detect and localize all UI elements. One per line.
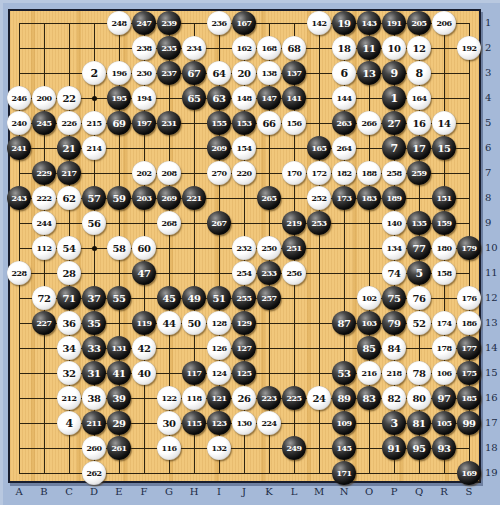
stone: 27 — [382, 111, 406, 135]
column-label: C — [65, 487, 73, 497]
stone: 118 — [182, 386, 206, 410]
stone: 28 — [57, 261, 81, 285]
kifu-screenshot: 2482472392361671421914319120520623823523… — [0, 0, 500, 505]
stone: 172 — [307, 161, 331, 185]
stone: 220 — [232, 161, 256, 185]
stone: 173 — [332, 186, 356, 210]
stone: 68 — [282, 36, 306, 60]
row-label: 13 — [485, 318, 498, 328]
stone: 171 — [332, 461, 356, 485]
stone: 9 — [382, 61, 406, 85]
stone: 212 — [57, 386, 81, 410]
stone: 250 — [257, 236, 281, 260]
stone: 202 — [132, 161, 156, 185]
stone: 52 — [407, 311, 431, 335]
stone: 55 — [107, 286, 131, 310]
stone: 230 — [132, 61, 156, 85]
stone: 174 — [432, 311, 456, 335]
stone: 185 — [457, 386, 481, 410]
stone: 115 — [182, 411, 206, 435]
stone: 145 — [332, 436, 356, 460]
stone: 262 — [82, 461, 106, 485]
stone: 121 — [207, 386, 231, 410]
column-label: E — [115, 487, 122, 497]
stone: 216 — [357, 361, 381, 385]
stone: 268 — [157, 211, 181, 235]
stone: 143 — [357, 11, 381, 35]
column-label: S — [466, 487, 473, 497]
stone: 206 — [432, 11, 456, 35]
column-label: B — [40, 487, 47, 497]
stone: 62 — [57, 186, 81, 210]
stone: 63 — [207, 86, 231, 110]
stone: 75 — [382, 286, 406, 310]
row-label: 19 — [485, 468, 498, 478]
stone: 135 — [407, 211, 431, 235]
stone: 32 — [57, 361, 81, 385]
stone: 69 — [107, 111, 131, 135]
stone: 240 — [7, 111, 31, 135]
stone: 2 — [82, 61, 106, 85]
stone: 270 — [207, 161, 231, 185]
stone: 21 — [57, 136, 81, 160]
stone: 203 — [132, 186, 156, 210]
stone: 195 — [107, 86, 131, 110]
stone: 44 — [157, 311, 181, 335]
stone: 1 — [382, 86, 406, 110]
stone: 239 — [157, 11, 181, 35]
stone: 4 — [57, 411, 81, 435]
stone: 85 — [357, 336, 381, 360]
column-label: M — [314, 487, 324, 497]
stone: 57 — [82, 186, 106, 210]
row-label: 10 — [485, 243, 498, 253]
stone: 119 — [132, 311, 156, 335]
stone: 40 — [132, 361, 156, 385]
stone: 128 — [207, 311, 231, 335]
row-label: 15 — [485, 368, 498, 378]
stone: 263 — [332, 111, 356, 135]
stone: 269 — [157, 186, 181, 210]
stone: 116 — [157, 436, 181, 460]
stone: 154 — [232, 136, 256, 160]
stone: 54 — [57, 236, 81, 260]
stone: 45 — [157, 286, 181, 310]
stone: 105 — [432, 411, 456, 435]
column-label: P — [391, 487, 398, 497]
stone: 200 — [32, 86, 56, 110]
stone: 65 — [182, 86, 206, 110]
row-label: 7 — [485, 168, 491, 178]
stone: 112 — [32, 236, 56, 260]
stone: 244 — [32, 211, 56, 235]
stone: 53 — [332, 361, 356, 385]
stone: 132 — [207, 436, 231, 460]
stone: 50 — [182, 311, 206, 335]
stone: 11 — [357, 36, 381, 60]
stone: 224 — [257, 411, 281, 435]
stone: 144 — [332, 86, 356, 110]
stone: 196 — [107, 61, 131, 85]
stone: 192 — [457, 36, 481, 60]
stone: 170 — [282, 161, 306, 185]
row-label: 17 — [485, 418, 498, 428]
column-label: D — [90, 487, 98, 497]
stone: 41 — [107, 361, 131, 385]
row-label: 5 — [485, 118, 491, 128]
stone: 19 — [332, 11, 356, 35]
stone: 5 — [407, 261, 431, 285]
stone: 24 — [307, 386, 331, 410]
stone: 71 — [57, 286, 81, 310]
stone: 237 — [157, 61, 181, 85]
stone: 29 — [107, 411, 131, 435]
stone: 249 — [282, 436, 306, 460]
stone: 26 — [232, 386, 256, 410]
stone: 80 — [407, 386, 431, 410]
stone: 49 — [182, 286, 206, 310]
stone: 194 — [132, 86, 156, 110]
row-label: 14 — [485, 343, 498, 353]
stone: 106 — [432, 361, 456, 385]
stone: 191 — [382, 11, 406, 35]
stone: 142 — [307, 11, 331, 35]
stone: 67 — [182, 61, 206, 85]
stone: 246 — [7, 86, 31, 110]
stone: 56 — [82, 211, 106, 235]
stone: 155 — [207, 111, 231, 135]
stone: 211 — [82, 411, 106, 435]
stone: 125 — [232, 361, 256, 385]
stone: 253 — [307, 211, 331, 235]
stone: 228 — [7, 261, 31, 285]
stone: 51 — [207, 286, 231, 310]
row-label: 3 — [485, 68, 491, 78]
stone: 217 — [57, 161, 81, 185]
stone: 222 — [32, 186, 56, 210]
stone: 169 — [457, 461, 481, 485]
stone: 258 — [382, 161, 406, 185]
stone: 167 — [232, 11, 256, 35]
stone: 259 — [407, 161, 431, 185]
row-label: 18 — [485, 443, 498, 453]
stone: 264 — [332, 136, 356, 160]
stone: 241 — [7, 136, 31, 160]
column-label: F — [141, 487, 148, 497]
column-label: H — [190, 487, 199, 497]
stone: 182 — [332, 161, 356, 185]
column-label: O — [365, 487, 373, 497]
stone: 233 — [257, 261, 281, 285]
stone: 180 — [432, 236, 456, 260]
stone: 22 — [57, 86, 81, 110]
stone: 78 — [407, 361, 431, 385]
stone: 252 — [307, 186, 331, 210]
stone: 13 — [357, 61, 381, 85]
stone: 127 — [232, 336, 256, 360]
stone: 236 — [207, 11, 231, 35]
stone: 130 — [232, 411, 256, 435]
column-label: A — [15, 487, 22, 497]
stone: 162 — [232, 36, 256, 60]
stone: 179 — [457, 236, 481, 260]
stone: 91 — [382, 436, 406, 460]
stone: 221 — [182, 186, 206, 210]
stone: 175 — [457, 361, 481, 385]
column-label: I — [217, 487, 221, 497]
stone: 76 — [407, 286, 431, 310]
row-label: 9 — [485, 218, 491, 228]
stone: 156 — [282, 111, 306, 135]
stone: 81 — [407, 411, 431, 435]
stone: 189 — [382, 186, 406, 210]
star-point — [92, 246, 97, 251]
stone: 168 — [257, 36, 281, 60]
stone: 183 — [357, 186, 381, 210]
stone: 18 — [332, 36, 356, 60]
stone: 158 — [432, 261, 456, 285]
stone: 3 — [382, 411, 406, 435]
stone: 151 — [432, 186, 456, 210]
row-label: 12 — [485, 293, 498, 303]
stone: 39 — [107, 386, 131, 410]
stone: 260 — [82, 436, 106, 460]
stone: 138 — [257, 61, 281, 85]
stone: 226 — [57, 111, 81, 135]
stone: 97 — [432, 386, 456, 410]
stone: 74 — [382, 261, 406, 285]
stone: 255 — [232, 286, 256, 310]
stone: 126 — [207, 336, 231, 360]
stone: 177 — [457, 336, 481, 360]
stone: 140 — [382, 211, 406, 235]
stone: 103 — [357, 311, 381, 335]
stone: 134 — [382, 236, 406, 260]
stone: 227 — [32, 311, 56, 335]
stone: 123 — [207, 411, 231, 435]
stone: 42 — [132, 336, 156, 360]
stone: 164 — [407, 86, 431, 110]
stone: 257 — [257, 286, 281, 310]
column-label: L — [291, 487, 298, 497]
row-label: 16 — [485, 393, 498, 403]
stone: 245 — [32, 111, 56, 135]
stone: 122 — [157, 386, 181, 410]
stone: 12 — [407, 36, 431, 60]
stone: 64 — [207, 61, 231, 85]
stone: 33 — [82, 336, 106, 360]
stone: 109 — [332, 411, 356, 435]
stone: 248 — [107, 11, 131, 35]
column-label: G — [165, 487, 173, 497]
goban[interactable]: 2482472392361671421914319120520623823523… — [8, 9, 481, 483]
stone: 141 — [282, 86, 306, 110]
stone: 66 — [257, 111, 281, 135]
stone: 231 — [157, 111, 181, 135]
stone: 137 — [282, 61, 306, 85]
stone: 58 — [107, 236, 131, 260]
row-label: 11 — [485, 268, 498, 278]
stone: 223 — [257, 386, 281, 410]
stone: 30 — [157, 411, 181, 435]
stone: 186 — [457, 311, 481, 335]
stone: 165 — [307, 136, 331, 160]
stone: 37 — [82, 286, 106, 310]
stone: 17 — [407, 136, 431, 160]
stone: 129 — [232, 311, 256, 335]
stone: 31 — [82, 361, 106, 385]
stone: 176 — [457, 286, 481, 310]
stone: 238 — [132, 36, 156, 60]
stone: 15 — [432, 136, 456, 160]
stone: 82 — [382, 386, 406, 410]
row-label: 1 — [485, 18, 491, 28]
stone: 34 — [57, 336, 81, 360]
stone: 254 — [232, 261, 256, 285]
stone: 251 — [282, 236, 306, 260]
stone: 148 — [232, 86, 256, 110]
stone: 153 — [232, 111, 256, 135]
stone: 235 — [157, 36, 181, 60]
stone: 205 — [407, 11, 431, 35]
stone: 147 — [257, 86, 281, 110]
stone: 214 — [82, 136, 106, 160]
stone: 99 — [457, 411, 481, 435]
row-label: 4 — [485, 93, 491, 103]
column-label: K — [265, 487, 272, 497]
row-label: 6 — [485, 143, 491, 153]
stone: 178 — [432, 336, 456, 360]
column-label: N — [340, 487, 349, 497]
stone: 266 — [357, 111, 381, 135]
stone: 218 — [382, 361, 406, 385]
stone: 188 — [357, 161, 381, 185]
stone: 79 — [382, 311, 406, 335]
stone: 35 — [82, 311, 106, 335]
row-label: 2 — [485, 43, 491, 53]
stone: 232 — [232, 236, 256, 260]
star-point — [92, 96, 97, 101]
stone: 14 — [432, 111, 456, 135]
stone: 8 — [407, 61, 431, 85]
stone: 209 — [207, 136, 231, 160]
stone: 16 — [407, 111, 431, 135]
stone: 265 — [257, 186, 281, 210]
row-label: 8 — [485, 193, 491, 203]
stone: 243 — [7, 186, 31, 210]
stone: 84 — [382, 336, 406, 360]
stone: 20 — [232, 61, 256, 85]
stone: 117 — [182, 361, 206, 385]
stone: 87 — [332, 311, 356, 335]
stone: 36 — [57, 311, 81, 335]
stone: 208 — [157, 161, 181, 185]
stone: 10 — [382, 36, 406, 60]
column-label: Q — [415, 487, 423, 497]
stone: 261 — [107, 436, 131, 460]
stone: 83 — [357, 386, 381, 410]
stone: 215 — [82, 111, 106, 135]
stone: 159 — [432, 211, 456, 235]
stone: 47 — [132, 261, 156, 285]
column-label: R — [440, 487, 448, 497]
stone: 89 — [332, 386, 356, 410]
stone: 95 — [407, 436, 431, 460]
stone: 7 — [382, 136, 406, 160]
stone: 247 — [132, 11, 156, 35]
stone: 60 — [132, 236, 156, 260]
stone: 267 — [207, 211, 231, 235]
stone: 197 — [132, 111, 156, 135]
stone: 72 — [32, 286, 56, 310]
stone: 77 — [407, 236, 431, 260]
column-label: J — [242, 487, 246, 497]
stone: 102 — [357, 286, 381, 310]
stone: 229 — [32, 161, 56, 185]
stone: 131 — [107, 336, 131, 360]
stone: 219 — [282, 211, 306, 235]
stone: 59 — [107, 186, 131, 210]
stone: 93 — [432, 436, 456, 460]
stone: 234 — [182, 36, 206, 60]
stone: 124 — [207, 361, 231, 385]
stone: 225 — [282, 386, 306, 410]
stone: 6 — [332, 61, 356, 85]
stone: 256 — [282, 261, 306, 285]
stone: 38 — [82, 386, 106, 410]
